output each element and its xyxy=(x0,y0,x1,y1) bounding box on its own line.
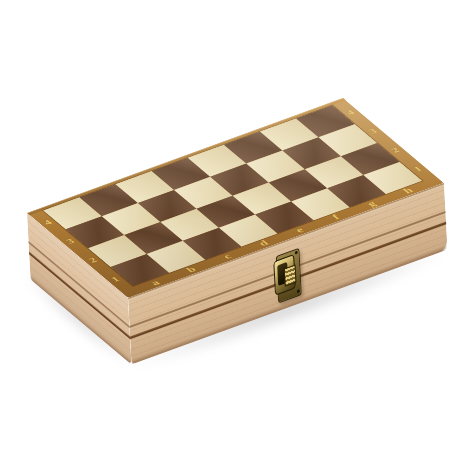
brass-clasp[interactable] xyxy=(276,248,302,304)
chess-case-product-photo: abcdefgh 4321 4321 xyxy=(0,0,460,460)
